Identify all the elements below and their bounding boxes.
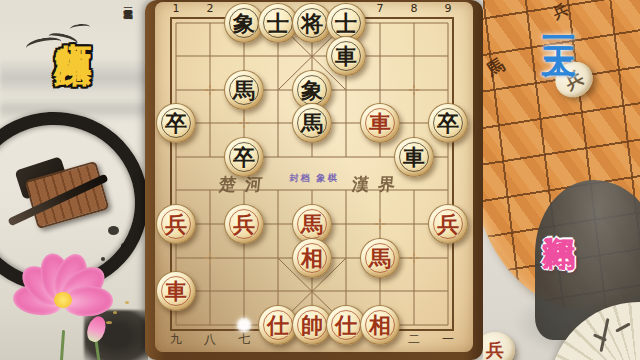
- ink-splatter: [108, 226, 119, 235]
- top-coordinate-1: 1: [168, 2, 184, 15]
- top-coordinate-2: 2: [202, 2, 218, 15]
- piece-black-卒-c3r4[interactable]: 卒: [224, 137, 264, 177]
- piece-red-馬-c7r7[interactable]: 馬: [360, 238, 400, 278]
- piece-red-兵-c1r6[interactable]: 兵: [156, 204, 196, 244]
- top-coordinate-7: 7: [372, 2, 388, 15]
- top-coordinate-9: 9: [440, 2, 456, 15]
- piece-black-車-c8r4[interactable]: 車: [394, 137, 434, 177]
- app-watermark: 封档 象棋: [289, 172, 338, 185]
- gold-speck: [113, 311, 117, 314]
- piece-red-車-c1r8[interactable]: 車: [156, 271, 196, 311]
- right-panel: 馬 兵 兵 兵 卒 王天一 郑鸿标: [483, 0, 640, 360]
- piece-red-車-c7r3[interactable]: 車: [360, 103, 400, 143]
- bottom-coordinate-八: 八: [202, 331, 218, 348]
- bottom-coordinate-七: 七: [236, 331, 252, 348]
- piece-red-兵-c3r6[interactable]: 兵: [224, 204, 264, 244]
- piece-red-相-c7r9[interactable]: 相: [360, 305, 400, 345]
- piece-black-卒-c9r3[interactable]: 卒: [428, 103, 468, 143]
- piece-black-馬-c5r3[interactable]: 馬: [292, 103, 332, 143]
- piece-black-車-c6r1[interactable]: 車: [326, 36, 366, 76]
- piece-red-相-c5r7[interactable]: 相: [292, 238, 332, 278]
- lotus-stem: [60, 330, 65, 360]
- last-move-marker: [237, 318, 252, 333]
- left-panel: 棋是属于一种文化艺术 大师棋路: [0, 0, 148, 360]
- piece-black-馬-c3r2[interactable]: 馬: [224, 70, 264, 110]
- bottom-coordinate-一: 一: [440, 331, 456, 348]
- gold-speck: [125, 301, 129, 304]
- ink-splatter: [101, 257, 105, 261]
- piece-black-卒-c1r3[interactable]: 卒: [156, 103, 196, 143]
- gold-speck: [106, 321, 112, 324]
- series-title: 大师棋路: [50, 13, 96, 193]
- river-text-han-jie: 漢界: [351, 173, 405, 196]
- calligraphy-text: 棋是属于一种文化艺术: [120, 2, 136, 102]
- video-frame: 棋是属于一种文化艺术 大师棋路 123456789九八七六五四三二一 楚河 漢界…: [0, 0, 640, 360]
- photo-piece: 兵: [483, 332, 515, 360]
- bottom-coordinate-九: 九: [168, 331, 184, 348]
- bottom-coordinate-二: 二: [406, 331, 422, 348]
- piece-red-兵-c9r6[interactable]: 兵: [428, 204, 468, 244]
- ink-splatter: [121, 243, 127, 249]
- lotus-center: [54, 292, 72, 308]
- top-coordinate-8: 8: [406, 2, 422, 15]
